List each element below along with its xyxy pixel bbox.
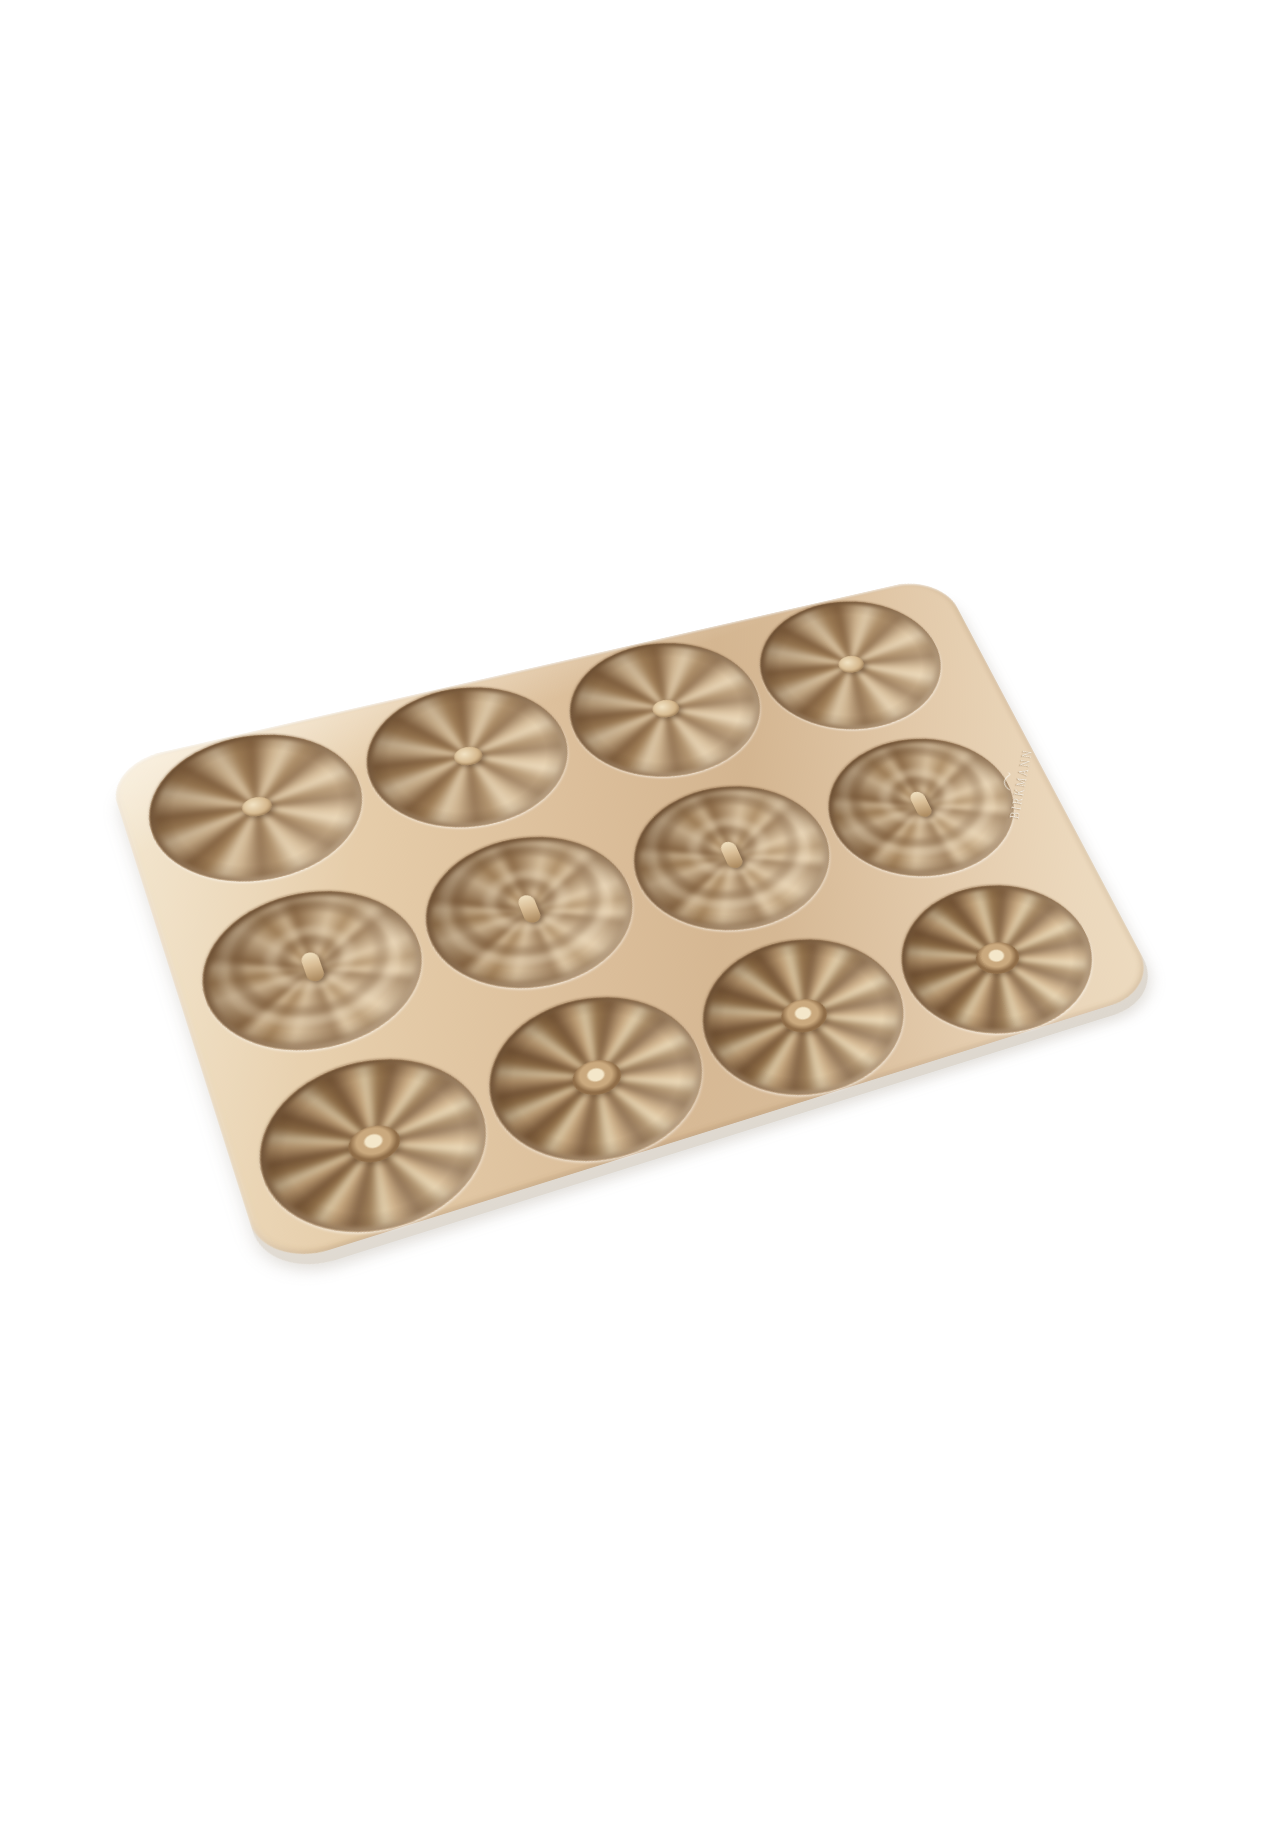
cavity-fluted-swirl-r1c3 — [547, 626, 785, 796]
cavity-vintage-drape-r2c1 — [181, 870, 445, 1075]
cavity-pinwheel-spiral-r3c1 — [237, 1035, 511, 1260]
product-photo: BIRKMANN — [0, 0, 1280, 1842]
cavity-pinwheel-spiral-r3c2 — [465, 975, 729, 1188]
cavity-fluted-swirl-r1c1 — [129, 716, 384, 904]
pan-perspective-wrap: BIRKMANN — [105, 575, 1160, 1270]
cavity-pinwheel-spiral-r3c3 — [677, 918, 932, 1120]
cavity-fluted-swirl-r1c4 — [736, 586, 967, 748]
cavity-fluted-swirl-r1c2 — [345, 670, 591, 848]
cavity-vintage-drape-r2c3 — [609, 767, 855, 952]
cavity-pinwheel-spiral-r3c4 — [874, 865, 1120, 1056]
cavity-vintage-drape-r2c2 — [403, 817, 658, 1012]
